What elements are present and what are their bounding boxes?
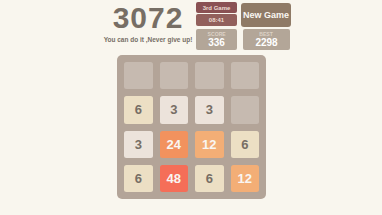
score-value: 336 (208, 37, 225, 48)
new-game-button[interactable]: New Game (241, 3, 291, 27)
tile-6: 6 (195, 165, 224, 192)
empty-cell (124, 62, 153, 89)
empty-cell (231, 62, 260, 89)
timer-badge: 08:41 (196, 14, 237, 26)
new-game-label: New Game (243, 10, 289, 20)
best-score-box: BEST 2298 (243, 29, 290, 50)
tile-48: 48 (160, 165, 189, 192)
page-title: 3072 (95, 0, 201, 36)
tile-6: 6 (231, 131, 260, 158)
header: 3072 You can do it ,Never give up! (95, 0, 201, 43)
timer-value: 08:41 (209, 17, 224, 23)
tile-3: 3 (124, 131, 153, 158)
tile-12: 12 (231, 165, 260, 192)
empty-cell (231, 96, 260, 123)
tile-24: 24 (160, 131, 189, 158)
tile-3: 3 (195, 96, 224, 123)
game-screen: 3072 You can do it ,Never give up! 3rd G… (0, 0, 382, 215)
game-counter-label: 3rd Game (203, 5, 231, 11)
tile-6: 6 (124, 165, 153, 192)
best-value: 2298 (255, 37, 277, 48)
game-board[interactable]: 633324126648612 (117, 55, 266, 199)
empty-cell (160, 62, 189, 89)
tile-3: 3 (160, 96, 189, 123)
best-label: BEST (260, 31, 274, 36)
empty-cell (195, 62, 224, 89)
game-counter-badge[interactable]: 3rd Game (196, 2, 237, 13)
score-box: SCORE 336 (196, 29, 237, 50)
tile-12: 12 (195, 131, 224, 158)
tile-6: 6 (124, 96, 153, 123)
score-label: SCORE (207, 31, 225, 36)
tagline: You can do it ,Never give up! (95, 36, 201, 43)
